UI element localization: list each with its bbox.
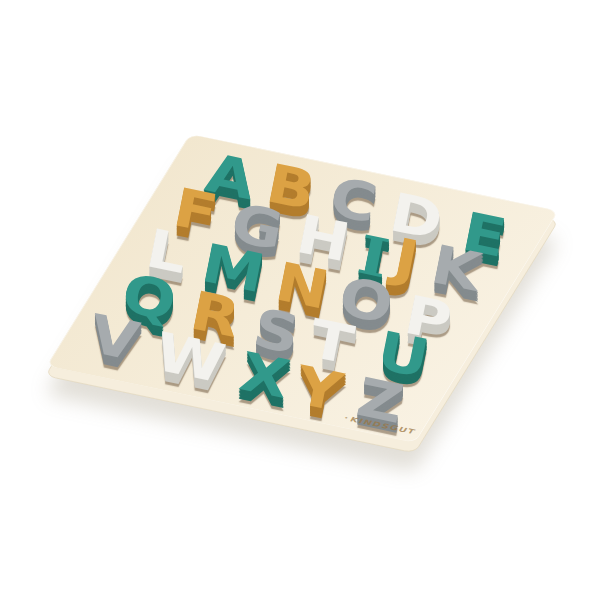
letter-grid: ABCDEFGHIJKLMNOPQRSTUVWXYZ	[47, 134, 559, 443]
letter-piece-X[interactable]: X	[237, 348, 293, 403]
puzzle-board: ABCDEFGHIJKLMNOPQRSTUVWXYZ •KINDSGUT	[47, 134, 559, 443]
product-photo-scene: ABCDEFGHIJKLMNOPQRSTUVWXYZ •KINDSGUT	[0, 0, 600, 600]
letter-piece-V[interactable]: V	[86, 310, 143, 365]
letter-piece-W[interactable]: W	[151, 328, 228, 388]
letter-piece-Y[interactable]: Y	[293, 362, 346, 417]
